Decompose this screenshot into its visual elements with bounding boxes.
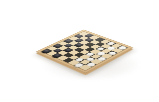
product-photo-stage: ⛂⛀⛀⛂⛂⛀⛂⛀⛀⛂⛂⛀⛂⛀⛀⛂⛂⛀⛂⛀⛀⛂⛂⛀ (0, 0, 159, 102)
board-square[interactable] (80, 65, 92, 71)
